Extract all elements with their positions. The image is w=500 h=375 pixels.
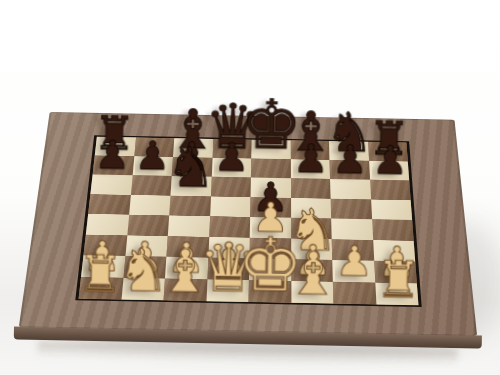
square-b3	[125, 235, 168, 257]
square-c5	[169, 195, 210, 216]
square-a1: ♜	[79, 277, 123, 300]
square-f3: ♞	[291, 238, 333, 260]
square-f8: ♝	[290, 140, 329, 159]
square-h5	[371, 199, 413, 220]
square-e2	[249, 258, 291, 280]
square-d8: ♛	[212, 139, 251, 158]
square-f1: ♝	[291, 281, 334, 304]
piece-white-pawn-f2: ♟	[293, 239, 331, 281]
square-c2: ♟	[165, 257, 208, 279]
square-c8: ♝	[173, 138, 213, 157]
square-e8: ♚	[251, 140, 290, 159]
piece-black-rook-h8: ♜	[368, 114, 411, 161]
piece-white-pawn-g2: ♟	[335, 240, 373, 282]
square-h2: ♟	[374, 261, 417, 283]
chess-board: ♜♝♛♚♝♞♜♟♟♟♟♟♟♟♞♟♟♞♟♟♟♟♟♟♟♜♞♝♛♚♝♜	[19, 112, 477, 336]
piece-black-rook-a8: ♜	[93, 109, 136, 156]
board-tilt-wrapper: ♜♝♛♚♝♞♜♟♟♟♟♟♟♟♞♟♟♞♟♟♟♟♟♟♟♜♞♝♛♚♝♜	[0, 0, 500, 375]
square-a7: ♟	[93, 155, 134, 175]
piece-white-pawn-b2: ♟	[125, 236, 163, 278]
square-f4	[291, 218, 332, 239]
piece-black-queen-d8: ♛	[204, 95, 261, 158]
square-g3	[332, 239, 374, 261]
piece-black-bishop-f8: ♝	[286, 105, 336, 160]
chess-board-squares: ♜♝♛♚♝♞♜♟♟♟♟♟♟♟♞♟♟♞♟♟♟♟♟♟♟♜♞♝♛♚♝♜	[75, 135, 421, 307]
square-g5	[331, 199, 372, 220]
square-g1	[333, 282, 376, 305]
square-b8	[134, 137, 174, 156]
square-d1: ♛	[206, 279, 249, 302]
square-d6	[211, 177, 251, 197]
square-a6	[90, 174, 132, 194]
square-e6	[251, 177, 291, 197]
square-b1: ♞	[121, 278, 165, 301]
square-g8: ♞	[329, 141, 369, 160]
square-a4	[86, 214, 129, 235]
square-f2: ♟	[291, 259, 333, 281]
square-d7: ♟	[211, 158, 251, 178]
square-e5: ♟	[250, 197, 290, 218]
square-b2: ♟	[123, 256, 166, 278]
square-g4	[331, 219, 373, 240]
square-a8: ♜	[95, 137, 136, 156]
square-b7: ♟	[132, 156, 173, 176]
square-f6	[290, 178, 330, 198]
square-d2: ♟	[207, 258, 249, 280]
square-e1: ♚	[249, 280, 291, 303]
square-h1: ♜	[375, 282, 419, 305]
square-c4	[168, 215, 210, 236]
square-h7: ♟	[369, 161, 410, 181]
square-c1: ♝	[164, 278, 207, 301]
square-b5	[129, 195, 171, 216]
square-c6: ♞	[170, 176, 211, 196]
square-e7	[251, 158, 291, 178]
square-g7: ♟	[330, 160, 370, 180]
square-b4	[127, 215, 169, 236]
piece-black-knight-g8: ♞	[325, 105, 375, 160]
square-d5	[210, 196, 251, 217]
piece-white-pawn-c2: ♟	[167, 237, 205, 279]
square-d3	[208, 237, 250, 259]
square-b6	[130, 175, 171, 195]
piece-white-pawn-h2: ♟	[377, 241, 415, 283]
piece-black-bishop-c8: ♝	[168, 102, 218, 157]
square-f7: ♟	[290, 159, 330, 179]
square-h4	[372, 219, 414, 240]
square-e3	[249, 237, 290, 259]
piece-white-pawn-a2: ♟	[83, 235, 121, 277]
square-h6	[370, 180, 411, 200]
square-h8: ♜	[368, 142, 408, 161]
square-h3	[373, 240, 416, 262]
square-g2: ♟	[332, 260, 375, 282]
square-a2: ♟	[81, 255, 125, 277]
square-f5	[291, 198, 332, 219]
square-a3	[84, 234, 127, 256]
piece-white-pawn-d2: ♟	[209, 238, 247, 280]
square-c3	[166, 236, 208, 258]
square-d4	[209, 216, 250, 237]
product-photo: ♜♝♛♚♝♞♜♟♟♟♟♟♟♟♞♟♟♞♟♟♟♟♟♟♟♜♞♝♛♚♝♜	[0, 0, 500, 375]
square-g6	[330, 179, 371, 199]
square-c7: ♟	[172, 157, 212, 177]
square-e4: ♟	[250, 217, 291, 238]
square-a5	[88, 194, 130, 215]
